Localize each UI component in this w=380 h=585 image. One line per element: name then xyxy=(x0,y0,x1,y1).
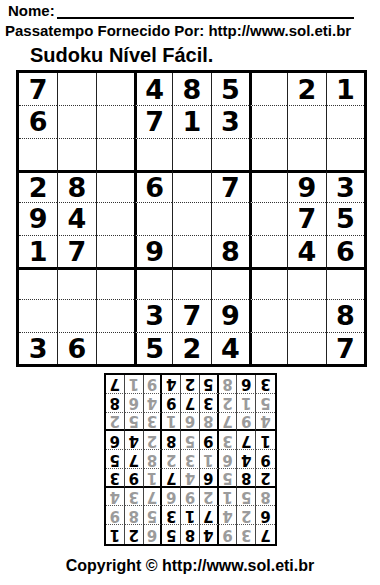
solution-cell: 1 xyxy=(219,488,238,507)
solution-cell: 2 xyxy=(125,525,144,544)
solution-cell: 8 xyxy=(106,394,125,413)
solution-cell: 6 xyxy=(181,413,200,432)
solution-cell: 4 xyxy=(106,488,125,507)
sudoku-empty-cell[interactable] xyxy=(172,138,210,170)
sudoku-given-cell: 1 xyxy=(19,235,57,267)
sudoku-empty-cell[interactable] xyxy=(249,202,287,234)
sudoku-empty-cell[interactable] xyxy=(211,267,249,299)
sudoku-empty-cell[interactable] xyxy=(19,299,57,331)
solution-cell: 2 xyxy=(237,506,256,525)
sudoku-empty-cell[interactable] xyxy=(287,105,325,137)
sudoku-given-cell: 4 xyxy=(134,73,172,105)
solution-cell: 7 xyxy=(200,506,219,525)
solution-grid-rotated: 7394856216247135898512967342856471939461… xyxy=(104,373,277,546)
solution-cell: 3 xyxy=(106,469,125,488)
solution-cell: 4 xyxy=(219,506,238,525)
sudoku-given-cell: 1 xyxy=(326,73,364,105)
sudoku-empty-cell[interactable] xyxy=(96,332,134,364)
solution-cell: 3 xyxy=(162,506,181,525)
solution-cell: 5 xyxy=(106,450,125,469)
solution-cell: 1 xyxy=(237,394,256,413)
solution-cell: 8 xyxy=(125,506,144,525)
solution-cell: 7 xyxy=(237,431,256,450)
solution-cell: 2 xyxy=(200,488,219,507)
solution-cell: 8 xyxy=(256,488,275,507)
sudoku-given-cell: 6 xyxy=(57,332,95,364)
sudoku-given-cell: 6 xyxy=(326,235,364,267)
sudoku-given-cell: 3 xyxy=(326,170,364,202)
sudoku-given-cell: 4 xyxy=(57,202,95,234)
sudoku-empty-cell[interactable] xyxy=(172,170,210,202)
solution-cell: 4 xyxy=(256,413,275,432)
solution-cell: 8 xyxy=(144,450,163,469)
sudoku-empty-cell[interactable] xyxy=(19,138,57,170)
solution-cell: 6 xyxy=(237,375,256,394)
solution-cell: 4 xyxy=(125,431,144,450)
solution-cell: 4 xyxy=(162,375,181,394)
solution-cell: 9 xyxy=(237,413,256,432)
solution-cell: 8 xyxy=(237,469,256,488)
name-blank-line xyxy=(57,17,354,19)
sudoku-grid: 748521671328679394751798463798365247 xyxy=(16,70,367,367)
sudoku-empty-cell[interactable] xyxy=(287,332,325,364)
sudoku-empty-cell[interactable] xyxy=(57,138,95,170)
solution-cell: 2 xyxy=(162,450,181,469)
solution-cell: 7 xyxy=(162,469,181,488)
solution-cell: 8 xyxy=(200,413,219,432)
solution-cell: 9 xyxy=(162,394,181,413)
sudoku-given-cell: 7 xyxy=(57,235,95,267)
solution-cell: 5 xyxy=(256,394,275,413)
solution-cell: 6 xyxy=(200,469,219,488)
sudoku-empty-cell[interactable] xyxy=(134,267,172,299)
sudoku-given-cell: 9 xyxy=(134,235,172,267)
sudoku-given-cell: 9 xyxy=(211,299,249,331)
sudoku-empty-cell[interactable] xyxy=(96,267,134,299)
sudoku-given-cell: 6 xyxy=(19,105,57,137)
solution-cell: 9 xyxy=(200,431,219,450)
solution-cell: 2 xyxy=(256,469,275,488)
sudoku-given-cell: 7 xyxy=(19,73,57,105)
solution-cell: 9 xyxy=(125,469,144,488)
solution-cell: 8 xyxy=(162,431,181,450)
solution-cell: 4 xyxy=(200,525,219,544)
solution-cell: 4 xyxy=(181,469,200,488)
solution-cell: 1 xyxy=(144,469,163,488)
solution-cell: 1 xyxy=(256,431,275,450)
solution-cell: 7 xyxy=(144,488,163,507)
sudoku-empty-cell[interactable] xyxy=(57,73,95,105)
solution-cell: 5 xyxy=(144,506,163,525)
sudoku-given-cell: 4 xyxy=(287,235,325,267)
sudoku-given-cell: 7 xyxy=(287,202,325,234)
provider-text: Passatempo Fornecido Por: http://www.sol… xyxy=(5,22,351,39)
solution-cell: 2 xyxy=(219,394,238,413)
solution-cell: 8 xyxy=(181,525,200,544)
sudoku-empty-cell[interactable] xyxy=(96,138,134,170)
solution-cell: 5 xyxy=(162,525,181,544)
solution-cell: 6 xyxy=(162,488,181,507)
sudoku-empty-cell[interactable] xyxy=(249,235,287,267)
sudoku-empty-cell[interactable] xyxy=(211,138,249,170)
sudoku-given-cell: 3 xyxy=(19,332,57,364)
sudoku-given-cell: 8 xyxy=(172,73,210,105)
worksheet-page: Nome: Passatempo Fornecido Por: http://w… xyxy=(0,0,380,585)
sudoku-given-cell: 7 xyxy=(134,105,172,137)
sudoku-empty-cell[interactable] xyxy=(96,73,134,105)
sudoku-given-cell: 1 xyxy=(172,105,210,137)
copyright-text: Copyright © http://www.sol.eti.br xyxy=(0,557,380,575)
sudoku-empty-cell[interactable] xyxy=(57,267,95,299)
sudoku-empty-cell[interactable] xyxy=(249,267,287,299)
sudoku-given-cell: 9 xyxy=(287,170,325,202)
solution-cell: 3 xyxy=(200,394,219,413)
sudoku-given-cell: 2 xyxy=(172,332,210,364)
sudoku-empty-cell[interactable] xyxy=(96,105,134,137)
solution-cell: 5 xyxy=(237,488,256,507)
solution-cell: 7 xyxy=(256,525,275,544)
sudoku-empty-cell[interactable] xyxy=(249,332,287,364)
sudoku-given-cell: 2 xyxy=(287,73,325,105)
solution-cell: 3 xyxy=(125,488,144,507)
sudoku-empty-cell[interactable] xyxy=(249,299,287,331)
sudoku-empty-cell[interactable] xyxy=(19,267,57,299)
sudoku-given-cell: 2 xyxy=(19,170,57,202)
sudoku-given-cell: 4 xyxy=(211,332,249,364)
sudoku-given-cell: 8 xyxy=(211,235,249,267)
solution-cell: 8 xyxy=(219,375,238,394)
sudoku-given-cell: 3 xyxy=(134,299,172,331)
solution-cell: 2 xyxy=(181,375,200,394)
sudoku-given-cell: 7 xyxy=(172,299,210,331)
sudoku-empty-cell[interactable] xyxy=(96,202,134,234)
sudoku-given-cell: 3 xyxy=(211,105,249,137)
solution-cell: 6 xyxy=(256,506,275,525)
sudoku-given-cell: 9 xyxy=(19,202,57,234)
sudoku-empty-cell[interactable] xyxy=(326,138,364,170)
sudoku-empty-cell[interactable] xyxy=(96,299,134,331)
sudoku-given-cell: 5 xyxy=(211,73,249,105)
solution-cell: 3 xyxy=(219,431,238,450)
sudoku-empty-cell[interactable] xyxy=(57,299,95,331)
sudoku-empty-cell[interactable] xyxy=(134,138,172,170)
solution-cell: 1 xyxy=(125,375,144,394)
sudoku-empty-cell[interactable] xyxy=(211,202,249,234)
sudoku-empty-cell[interactable] xyxy=(172,267,210,299)
solution-cell: 6 xyxy=(106,431,125,450)
sudoku-empty-cell[interactable] xyxy=(249,138,287,170)
solution-cell: 6 xyxy=(219,450,238,469)
sudoku-empty-cell[interactable] xyxy=(249,73,287,105)
name-label: Nome: xyxy=(8,2,55,19)
sudoku-empty-cell[interactable] xyxy=(287,138,325,170)
solution-cell: 5 xyxy=(125,413,144,432)
solution-cell: 7 xyxy=(125,450,144,469)
sudoku-given-cell: 8 xyxy=(57,170,95,202)
solution-cell: 2 xyxy=(144,431,163,450)
solution-cell: 1 xyxy=(162,413,181,432)
solution-cell: 9 xyxy=(256,450,275,469)
sudoku-empty-cell[interactable] xyxy=(249,105,287,137)
name-row: Nome: xyxy=(8,2,354,19)
sudoku-empty-cell[interactable] xyxy=(96,235,134,267)
solution-cell: 9 xyxy=(144,375,163,394)
solution-cell: 6 xyxy=(125,394,144,413)
solution-cell: 9 xyxy=(181,488,200,507)
solution-cell: 1 xyxy=(181,506,200,525)
sudoku-empty-cell[interactable] xyxy=(326,105,364,137)
solution-cell: 1 xyxy=(200,450,219,469)
sudoku-given-cell: 8 xyxy=(326,299,364,331)
solution-cell: 3 xyxy=(144,413,163,432)
solution-cell: 7 xyxy=(181,394,200,413)
sudoku-empty-cell[interactable] xyxy=(134,202,172,234)
solution-cell: 2 xyxy=(106,413,125,432)
solution-cell: 4 xyxy=(144,394,163,413)
sudoku-given-cell: 5 xyxy=(134,332,172,364)
solution-cell: 3 xyxy=(256,375,275,394)
solution-cell: 5 xyxy=(200,375,219,394)
sudoku-empty-cell[interactable] xyxy=(326,267,364,299)
solution-cell: 9 xyxy=(219,525,238,544)
solution-cell: 4 xyxy=(237,450,256,469)
sudoku-empty-cell[interactable] xyxy=(287,267,325,299)
sudoku-given-cell: 7 xyxy=(326,332,364,364)
page-title: Sudoku Nível Fácil. xyxy=(30,44,213,67)
sudoku-given-cell: 7 xyxy=(211,170,249,202)
sudoku-given-cell: 6 xyxy=(134,170,172,202)
solution-cell: 5 xyxy=(219,469,238,488)
solution-cell: 7 xyxy=(219,413,238,432)
sudoku-empty-cell[interactable] xyxy=(172,235,210,267)
sudoku-empty-cell[interactable] xyxy=(287,299,325,331)
solution-cell: 6 xyxy=(144,525,163,544)
sudoku-empty-cell[interactable] xyxy=(172,202,210,234)
solution-cell: 5 xyxy=(181,431,200,450)
solution-cell: 7 xyxy=(106,375,125,394)
sudoku-given-cell: 5 xyxy=(326,202,364,234)
sudoku-empty-cell[interactable] xyxy=(96,170,134,202)
solution-cell: 3 xyxy=(181,450,200,469)
solution-cell: 3 xyxy=(237,525,256,544)
sudoku-empty-cell[interactable] xyxy=(57,105,95,137)
solution-cell: 9 xyxy=(106,506,125,525)
sudoku-empty-cell[interactable] xyxy=(249,170,287,202)
solution-cell: 1 xyxy=(106,525,125,544)
